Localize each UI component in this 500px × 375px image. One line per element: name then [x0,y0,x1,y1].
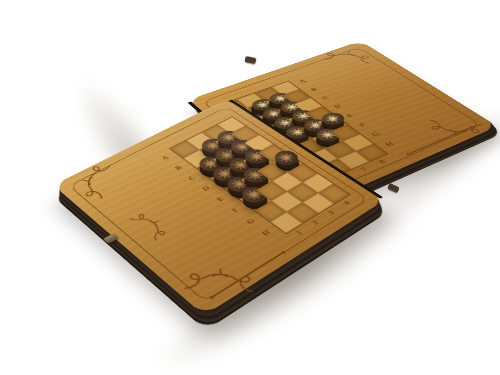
rank-label: B [305,85,322,93]
rank-label: C [184,173,201,183]
rank-label: G [366,129,384,138]
rank-label: B [170,163,187,173]
rank-label: F [353,120,371,129]
rank-label: H [257,227,275,239]
rank-label: E [212,194,229,205]
hinge-pin [387,183,400,193]
corner-flourish [76,163,115,199]
rank-label: D [329,102,346,110]
metal-clasp [103,233,119,244]
corner-flourish [182,266,255,296]
rank-label: G [241,216,259,228]
product-photo-scene: ABCDEFGH5678 ABCDEFGH1234 [0,0,500,375]
rank-label: A [157,153,173,163]
corner-flourish [427,118,484,138]
rank-label: H [380,139,398,149]
corner-flourish [321,49,373,65]
edge-ornament [212,252,283,297]
hinge-pin [244,56,256,64]
rank-label: A [294,77,310,85]
rank-label: F [226,204,243,215]
rank-label: D [197,183,214,194]
corner-flourish [126,209,174,243]
rank-label: C [317,94,334,102]
edge-ornament [409,127,472,154]
